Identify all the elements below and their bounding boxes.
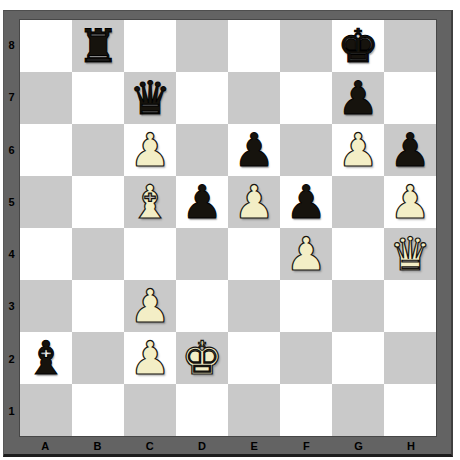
file-label-f: F xyxy=(280,437,332,454)
square-a1[interactable] xyxy=(20,384,72,436)
square-h1[interactable] xyxy=(384,384,436,436)
square-c8[interactable] xyxy=(124,20,176,72)
square-c1[interactable] xyxy=(124,384,176,436)
square-g1[interactable] xyxy=(332,384,384,436)
square-a7[interactable] xyxy=(20,72,72,124)
square-c4[interactable] xyxy=(124,228,176,280)
square-g6[interactable]: ♟ xyxy=(332,124,384,176)
rank-label-4: 4 xyxy=(4,228,19,280)
black-pawn-icon: ♟ xyxy=(181,176,222,228)
rank-label-5: 5 xyxy=(4,176,19,228)
square-f7[interactable] xyxy=(280,72,332,124)
square-b5[interactable] xyxy=(72,176,124,228)
square-g7[interactable]: ♟ xyxy=(332,72,384,124)
square-a6[interactable] xyxy=(20,124,72,176)
square-f8[interactable] xyxy=(280,20,332,72)
rank-label-3: 3 xyxy=(4,280,19,332)
rank-label-6: 6 xyxy=(4,124,19,176)
square-d6[interactable] xyxy=(176,124,228,176)
square-g2[interactable] xyxy=(332,332,384,384)
square-d7[interactable] xyxy=(176,72,228,124)
square-h8[interactable] xyxy=(384,20,436,72)
file-label-c: C xyxy=(124,437,176,454)
square-d2[interactable]: ♚ xyxy=(176,332,228,384)
file-label-b: B xyxy=(71,437,123,454)
square-c7[interactable]: ♛ xyxy=(124,72,176,124)
square-f5[interactable]: ♟ xyxy=(280,176,332,228)
square-d8[interactable] xyxy=(176,20,228,72)
white-pawn-icon: ♟ xyxy=(129,280,170,332)
square-b2[interactable] xyxy=(72,332,124,384)
square-a8[interactable] xyxy=(20,20,72,72)
white-pawn-icon: ♟ xyxy=(285,228,326,280)
square-b6[interactable] xyxy=(72,124,124,176)
square-b1[interactable] xyxy=(72,384,124,436)
square-d5[interactable]: ♟ xyxy=(176,176,228,228)
square-h2[interactable] xyxy=(384,332,436,384)
black-pawn-icon: ♟ xyxy=(337,72,378,124)
square-g4[interactable] xyxy=(332,228,384,280)
square-e1[interactable] xyxy=(228,384,280,436)
square-e6[interactable]: ♟ xyxy=(228,124,280,176)
white-queen-icon: ♛ xyxy=(389,228,430,280)
black-king-icon: ♚ xyxy=(337,20,378,72)
square-e7[interactable] xyxy=(228,72,280,124)
square-h7[interactable] xyxy=(384,72,436,124)
square-g3[interactable] xyxy=(332,280,384,332)
black-bishop-icon: ♝ xyxy=(25,332,66,384)
chess-board: ♜♚♛♟♟♟♟♟♝♟♟♟♟♟♛♟♝♟♚ xyxy=(19,19,437,437)
file-label-d: D xyxy=(176,437,228,454)
square-c5[interactable]: ♝ xyxy=(124,176,176,228)
square-h6[interactable]: ♟ xyxy=(384,124,436,176)
black-queen-icon: ♛ xyxy=(129,72,170,124)
square-c3[interactable]: ♟ xyxy=(124,280,176,332)
square-d4[interactable] xyxy=(176,228,228,280)
square-e4[interactable] xyxy=(228,228,280,280)
square-a5[interactable] xyxy=(20,176,72,228)
square-h5[interactable]: ♟ xyxy=(384,176,436,228)
page: 87654321 ♜♚♛♟♟♟♟♟♝♟♟♟♟♟♛♟♝♟♚ ABCDEFGH xyxy=(0,0,460,460)
rank-labels: 87654321 xyxy=(4,19,19,437)
square-d1[interactable] xyxy=(176,384,228,436)
square-c6[interactable]: ♟ xyxy=(124,124,176,176)
rank-label-8: 8 xyxy=(4,19,19,71)
rank-label-1: 1 xyxy=(4,385,19,437)
white-pawn-icon: ♟ xyxy=(129,332,170,384)
white-king-icon: ♚ xyxy=(181,332,222,384)
square-b4[interactable] xyxy=(72,228,124,280)
board-frame: 87654321 ♜♚♛♟♟♟♟♟♝♟♟♟♟♟♛♟♝♟♚ ABCDEFGH xyxy=(3,10,453,457)
black-rook-icon: ♜ xyxy=(77,20,118,72)
square-f4[interactable]: ♟ xyxy=(280,228,332,280)
file-label-e: E xyxy=(228,437,280,454)
square-h4[interactable]: ♛ xyxy=(384,228,436,280)
black-pawn-icon: ♟ xyxy=(285,176,326,228)
white-pawn-icon: ♟ xyxy=(129,124,170,176)
square-b8[interactable]: ♜ xyxy=(72,20,124,72)
square-e5[interactable]: ♟ xyxy=(228,176,280,228)
square-g5[interactable] xyxy=(332,176,384,228)
square-f1[interactable] xyxy=(280,384,332,436)
square-c2[interactable]: ♟ xyxy=(124,332,176,384)
square-a2[interactable]: ♝ xyxy=(20,332,72,384)
square-a4[interactable] xyxy=(20,228,72,280)
black-pawn-icon: ♟ xyxy=(233,124,274,176)
square-f6[interactable] xyxy=(280,124,332,176)
square-b7[interactable] xyxy=(72,72,124,124)
white-pawn-icon: ♟ xyxy=(337,124,378,176)
square-f2[interactable] xyxy=(280,332,332,384)
square-f3[interactable] xyxy=(280,280,332,332)
square-h3[interactable] xyxy=(384,280,436,332)
square-g8[interactable]: ♚ xyxy=(332,20,384,72)
square-a3[interactable] xyxy=(20,280,72,332)
file-label-a: A xyxy=(19,437,71,454)
square-b3[interactable] xyxy=(72,280,124,332)
white-bishop-icon: ♝ xyxy=(129,176,170,228)
white-pawn-icon: ♟ xyxy=(233,176,274,228)
white-pawn-icon: ♟ xyxy=(389,176,430,228)
square-e8[interactable] xyxy=(228,20,280,72)
file-label-g: G xyxy=(333,437,385,454)
square-e2[interactable] xyxy=(228,332,280,384)
square-e3[interactable] xyxy=(228,280,280,332)
file-label-h: H xyxy=(385,437,437,454)
file-labels: ABCDEFGH xyxy=(19,437,437,454)
rank-label-7: 7 xyxy=(4,71,19,123)
rank-label-2: 2 xyxy=(4,333,19,385)
black-pawn-icon: ♟ xyxy=(389,124,430,176)
square-d3[interactable] xyxy=(176,280,228,332)
